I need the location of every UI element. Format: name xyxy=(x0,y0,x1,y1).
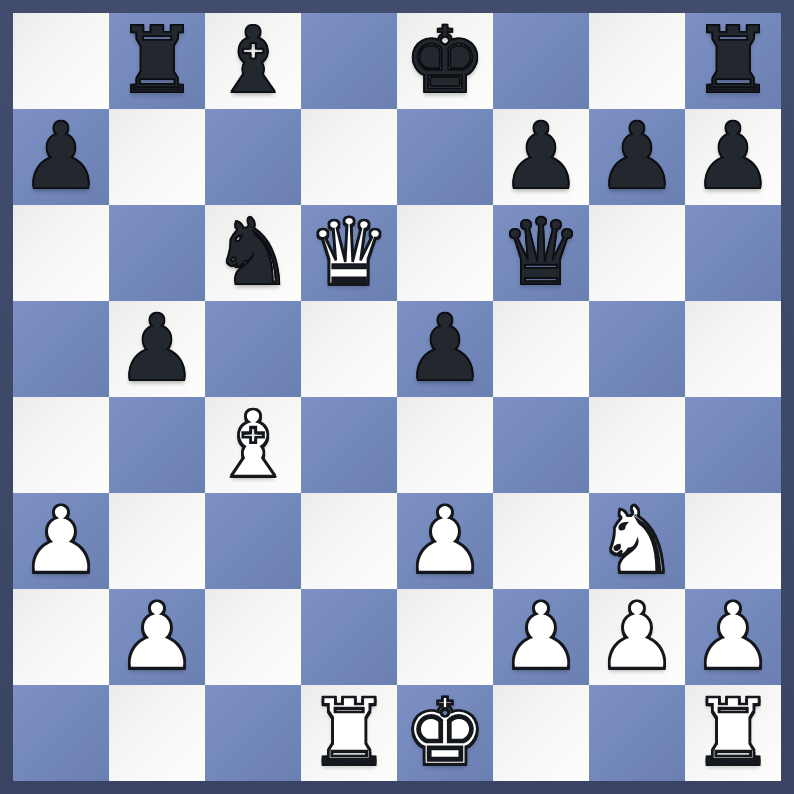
black-rook-piece[interactable]: ♜ xyxy=(116,13,198,109)
square-f1[interactable] xyxy=(493,685,589,781)
white-rook-piece[interactable]: ♜ xyxy=(308,685,390,781)
black-knight-piece[interactable]: ♞ xyxy=(212,205,294,301)
square-b6[interactable] xyxy=(109,205,205,301)
white-pawn-piece[interactable]: ♟ xyxy=(596,589,678,685)
square-c1[interactable] xyxy=(205,685,301,781)
square-d7[interactable] xyxy=(301,109,397,205)
black-pawn-piece[interactable]: ♟ xyxy=(500,109,582,205)
square-h8[interactable]: ♜ xyxy=(685,13,781,109)
square-g4[interactable] xyxy=(589,397,685,493)
square-c6[interactable]: ♞ xyxy=(205,205,301,301)
white-knight-piece[interactable]: ♞ xyxy=(596,493,678,589)
square-d8[interactable] xyxy=(301,13,397,109)
square-f6[interactable]: ♛ xyxy=(493,205,589,301)
square-g2[interactable]: ♟ xyxy=(589,589,685,685)
square-h2[interactable]: ♟ xyxy=(685,589,781,685)
square-e2[interactable] xyxy=(397,589,493,685)
black-pawn-piece[interactable]: ♟ xyxy=(116,301,198,397)
square-c7[interactable] xyxy=(205,109,301,205)
black-pawn-piece[interactable]: ♟ xyxy=(692,109,774,205)
square-h7[interactable]: ♟ xyxy=(685,109,781,205)
white-rook-piece[interactable]: ♜ xyxy=(692,685,774,781)
square-a4[interactable] xyxy=(13,397,109,493)
square-b3[interactable] xyxy=(109,493,205,589)
square-f4[interactable] xyxy=(493,397,589,493)
square-a5[interactable] xyxy=(13,301,109,397)
square-b1[interactable] xyxy=(109,685,205,781)
square-h6[interactable] xyxy=(685,205,781,301)
black-bishop-piece[interactable]: ♝ xyxy=(212,13,294,109)
square-c5[interactable] xyxy=(205,301,301,397)
square-d5[interactable] xyxy=(301,301,397,397)
chess-board: ♜♝♚♜♟♟♟♟♞♛♛♟♟♝♟♟♞♟♟♟♟♜♚♜ xyxy=(0,0,794,794)
square-c8[interactable]: ♝ xyxy=(205,13,301,109)
black-pawn-piece[interactable]: ♟ xyxy=(20,109,102,205)
square-f2[interactable]: ♟ xyxy=(493,589,589,685)
white-pawn-piece[interactable]: ♟ xyxy=(404,493,486,589)
square-e6[interactable] xyxy=(397,205,493,301)
white-pawn-piece[interactable]: ♟ xyxy=(116,589,198,685)
square-c4[interactable]: ♝ xyxy=(205,397,301,493)
white-pawn-piece[interactable]: ♟ xyxy=(692,589,774,685)
square-a1[interactable] xyxy=(13,685,109,781)
square-g6[interactable] xyxy=(589,205,685,301)
square-e5[interactable]: ♟ xyxy=(397,301,493,397)
square-g8[interactable] xyxy=(589,13,685,109)
square-e4[interactable] xyxy=(397,397,493,493)
square-c3[interactable] xyxy=(205,493,301,589)
square-e3[interactable]: ♟ xyxy=(397,493,493,589)
square-f8[interactable] xyxy=(493,13,589,109)
square-a7[interactable]: ♟ xyxy=(13,109,109,205)
square-h1[interactable]: ♜ xyxy=(685,685,781,781)
black-pawn-piece[interactable]: ♟ xyxy=(404,301,486,397)
white-bishop-piece[interactable]: ♝ xyxy=(212,397,294,493)
square-e1[interactable]: ♚ xyxy=(397,685,493,781)
square-g7[interactable]: ♟ xyxy=(589,109,685,205)
black-pawn-piece[interactable]: ♟ xyxy=(596,109,678,205)
square-b7[interactable] xyxy=(109,109,205,205)
square-b2[interactable]: ♟ xyxy=(109,589,205,685)
square-b5[interactable]: ♟ xyxy=(109,301,205,397)
square-h5[interactable] xyxy=(685,301,781,397)
square-f3[interactable] xyxy=(493,493,589,589)
square-d6[interactable]: ♛ xyxy=(301,205,397,301)
black-king-piece[interactable]: ♚ xyxy=(404,13,486,109)
square-d4[interactable] xyxy=(301,397,397,493)
square-g1[interactable] xyxy=(589,685,685,781)
black-rook-piece[interactable]: ♜ xyxy=(692,13,774,109)
black-queen-piece[interactable]: ♛ xyxy=(500,205,582,301)
square-a6[interactable] xyxy=(13,205,109,301)
square-h3[interactable] xyxy=(685,493,781,589)
square-d3[interactable] xyxy=(301,493,397,589)
square-c2[interactable] xyxy=(205,589,301,685)
square-d1[interactable]: ♜ xyxy=(301,685,397,781)
square-g5[interactable] xyxy=(589,301,685,397)
square-b4[interactable] xyxy=(109,397,205,493)
white-pawn-piece[interactable]: ♟ xyxy=(20,493,102,589)
square-f7[interactable]: ♟ xyxy=(493,109,589,205)
square-a8[interactable] xyxy=(13,13,109,109)
square-e8[interactable]: ♚ xyxy=(397,13,493,109)
white-pawn-piece[interactable]: ♟ xyxy=(500,589,582,685)
square-d2[interactable] xyxy=(301,589,397,685)
square-e7[interactable] xyxy=(397,109,493,205)
board-grid: ♜♝♚♜♟♟♟♟♞♛♛♟♟♝♟♟♞♟♟♟♟♜♚♜ xyxy=(13,13,781,781)
white-king-piece[interactable]: ♚ xyxy=(404,685,486,781)
square-b8[interactable]: ♜ xyxy=(109,13,205,109)
square-g3[interactable]: ♞ xyxy=(589,493,685,589)
white-queen-piece[interactable]: ♛ xyxy=(308,205,390,301)
square-a3[interactable]: ♟ xyxy=(13,493,109,589)
square-a2[interactable] xyxy=(13,589,109,685)
square-f5[interactable] xyxy=(493,301,589,397)
square-h4[interactable] xyxy=(685,397,781,493)
